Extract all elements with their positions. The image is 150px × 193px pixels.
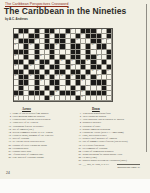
cell-number: 7 — [50, 34, 51, 36]
cell-number: 8 — [66, 34, 67, 36]
magazine-page: The Caribbean Perspectives Crossword The… — [0, 0, 150, 179]
clue-text: P.M. haven of Trinidad/Tobago — [13, 156, 44, 159]
white-cell — [107, 96, 112, 101]
cell-number: 36 — [97, 70, 99, 72]
cell-number: 26 — [40, 55, 42, 57]
cell-number: 12 — [76, 39, 78, 41]
cell-number: 2 — [55, 29, 56, 31]
cell-number: 53 — [76, 91, 78, 93]
cell-number: 55 — [14, 96, 16, 98]
cell-number: 28 — [35, 60, 37, 62]
clue-text: ___ Bay, St. John, U.S.V.I. — [83, 163, 110, 166]
cell-number: 29 — [61, 60, 63, 62]
cell-number: 25 — [14, 55, 16, 57]
across-clues: Across 1.Home of Puerto Rico's film indu… — [8, 107, 72, 159]
cell-number: 9 — [81, 34, 82, 36]
cell-number: 6 — [19, 34, 20, 36]
cell-number: 17 — [55, 44, 57, 46]
cell-number: 39 — [30, 75, 32, 77]
cell-number: 24 — [102, 49, 104, 51]
cell-number: 34 — [71, 65, 73, 67]
cell-number: 43 — [71, 75, 73, 77]
across-list: 1.Home of Puerto Rico's film industry4.E… — [8, 112, 72, 159]
cell-number: 18 — [92, 44, 94, 46]
cell-number: 44 — [86, 75, 88, 77]
cell-number: 48 — [25, 85, 27, 87]
down-clues: Down 1.Vegetarian Rastafarian food2.Two … — [78, 107, 144, 166]
cell-number: 20 — [45, 49, 47, 51]
page-number: 24 — [6, 171, 10, 175]
cell-number: 57 — [81, 96, 83, 98]
cell-number: 51 — [86, 85, 88, 87]
cell-number: 40 — [45, 75, 47, 77]
scan-edge-line — [146, 4, 147, 152]
cell-number: 45 — [97, 75, 99, 77]
crossword-grid: 1234567891011121314151617181920212223242… — [13, 28, 113, 102]
cell-number: 37 — [107, 70, 109, 72]
cell-number: 27 — [97, 55, 99, 57]
down-heading: Down — [92, 107, 144, 111]
cell-number: 10 — [14, 39, 16, 41]
cell-number: 32 — [14, 65, 16, 67]
cell-number: 15 — [14, 44, 16, 46]
cell-number: 49 — [61, 85, 63, 87]
cell-number: 54 — [81, 91, 83, 93]
cell-number: 16 — [30, 44, 32, 46]
cell-number: 1 — [40, 29, 41, 31]
cell-number: 46 — [40, 80, 42, 82]
cell-number: 11 — [35, 39, 37, 41]
cell-number: 5 — [102, 29, 103, 31]
byline: by A.C. Andrews — [5, 17, 28, 21]
clue-number: 30. — [78, 163, 82, 166]
cell-number: 41 — [55, 75, 57, 77]
answers-note: answers on Page 47 — [117, 164, 140, 169]
cell-number: 47 — [81, 80, 83, 82]
cell-number: 3 — [71, 29, 72, 31]
cell-number: 4 — [97, 29, 98, 31]
cell-number: 19 — [40, 49, 42, 51]
cell-number: 30 — [71, 60, 73, 62]
down-list: 1.Vegetarian Rastafarian food2.Two Carib… — [78, 112, 144, 166]
cell-number: 14 — [107, 39, 109, 41]
clue-item: 26.P.M. haven of Trinidad/Tobago — [8, 156, 72, 159]
across-heading: Across — [22, 107, 72, 111]
cell-number: 42 — [61, 75, 63, 77]
cell-number: 56 — [50, 96, 52, 98]
cell-number: 13 — [102, 39, 104, 41]
cell-number: 52 — [55, 91, 57, 93]
cell-number: 22 — [92, 49, 94, 51]
cell-number: 38 — [14, 75, 16, 77]
cell-number: 23 — [97, 49, 99, 51]
cell-number: 21 — [55, 49, 57, 51]
cell-number: 35 — [92, 70, 94, 72]
cell-number: 50 — [76, 85, 78, 87]
cell-number: 33 — [30, 65, 32, 67]
puzzle-title: The Caribbean in the Nineties — [4, 6, 126, 16]
cell-number: 31 — [86, 60, 88, 62]
clue-number: 26. — [8, 156, 12, 159]
